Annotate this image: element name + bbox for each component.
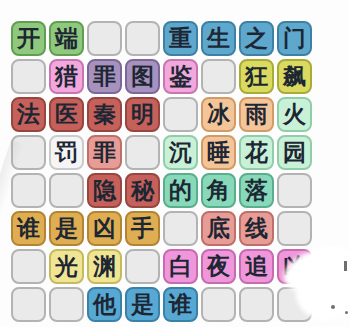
tile-r7c4 [125, 249, 160, 284]
tile-r6c4[interactable]: 手 [125, 211, 160, 246]
tile-r2c7[interactable]: 狂 [239, 59, 274, 94]
watermark-speck [345, 311, 348, 314]
tile-r1c5[interactable]: 重 [163, 21, 198, 56]
tile-r6c2[interactable]: 是 [49, 211, 84, 246]
tile-r4c7[interactable]: 花 [239, 135, 274, 170]
tile-r2c2[interactable]: 猎 [49, 59, 84, 94]
tile-r8c2 [49, 287, 84, 322]
tile-r2c1 [11, 59, 46, 94]
tile-r5c7[interactable]: 落 [239, 173, 274, 208]
tile-r7c2[interactable]: 光 [49, 249, 84, 284]
tile-r6c1[interactable]: 谁 [11, 211, 46, 246]
tile-r4c4 [125, 135, 160, 170]
tile-r3c4[interactable]: 明 [125, 97, 160, 132]
tile-r6c3[interactable]: 凶 [87, 211, 122, 246]
watermark-speck [331, 305, 335, 309]
tile-r1c4 [125, 21, 160, 56]
tile-r5c3[interactable]: 隐 [87, 173, 122, 208]
tile-r5c6[interactable]: 角 [201, 173, 236, 208]
tile-r8c1 [11, 287, 46, 322]
tile-r4c5[interactable]: 沉 [163, 135, 198, 170]
tile-r7c7[interactable]: 追 [239, 249, 274, 284]
tile-r7c6[interactable]: 夜 [201, 249, 236, 284]
tile-r8c3[interactable]: 他 [87, 287, 122, 322]
tile-r3c8[interactable]: 火 [277, 97, 312, 132]
tile-r5c4[interactable]: 秘 [125, 173, 160, 208]
tile-r8c5[interactable]: 谁 [163, 287, 198, 322]
tile-r5c2 [49, 173, 84, 208]
tile-r6c6[interactable]: 底 [201, 211, 236, 246]
tile-r2c4[interactable]: 图 [125, 59, 160, 94]
tile-r3c1[interactable]: 法 [11, 97, 46, 132]
tile-r6c8 [277, 211, 312, 246]
tile-r3c6[interactable]: 冰 [201, 97, 236, 132]
tile-r8c6 [201, 287, 236, 322]
tile-r4c6[interactable]: 睡 [201, 135, 236, 170]
tile-r7c3[interactable]: 渊 [87, 249, 122, 284]
tile-r8c4[interactable]: 是 [125, 287, 160, 322]
tile-r4c8[interactable]: 园 [277, 135, 312, 170]
tile-r3c3[interactable]: 秦 [87, 97, 122, 132]
tile-r6c7[interactable]: 线 [239, 211, 274, 246]
tile-r4c3[interactable]: 罪 [87, 135, 122, 170]
tile-r1c6[interactable]: 生 [201, 21, 236, 56]
tile-r7c8[interactable]: 凶 [277, 249, 312, 284]
tile-r2c3[interactable]: 罪 [87, 59, 122, 94]
tile-r1c8[interactable]: 门 [277, 21, 312, 56]
tile-r2c6 [201, 59, 236, 94]
tile-r3c7[interactable]: 雨 [239, 97, 274, 132]
tile-r1c2[interactable]: 端 [49, 21, 84, 56]
tile-r3c5 [163, 97, 198, 132]
tile-r8c8 [277, 287, 312, 322]
tile-r8c7 [239, 287, 274, 322]
tile-r7c5[interactable]: 白 [163, 249, 198, 284]
tile-r5c8 [277, 173, 312, 208]
tile-r7c1 [11, 249, 46, 284]
puzzle-board: 开端重生之门猎罪图鉴狂飙法医秦明冰雨火罚罪沉睡花园隐秘的角落谁是凶手底线光渊白夜… [11, 21, 312, 322]
tile-r5c1 [11, 173, 46, 208]
tile-r1c7[interactable]: 之 [239, 21, 274, 56]
tile-r4c1 [11, 135, 46, 170]
tile-r5c5[interactable]: 的 [163, 173, 198, 208]
tile-r2c8[interactable]: 飙 [277, 59, 312, 94]
tile-r2c5[interactable]: 鉴 [163, 59, 198, 94]
tile-r1c1[interactable]: 开 [11, 21, 46, 56]
tile-r3c2[interactable]: 医 [49, 97, 84, 132]
tile-r1c3 [87, 21, 122, 56]
watermark-speck [344, 261, 347, 271]
tile-r6c5 [163, 211, 198, 246]
tile-r4c2[interactable]: 罚 [49, 135, 84, 170]
watermark-smudge [310, 246, 349, 276]
